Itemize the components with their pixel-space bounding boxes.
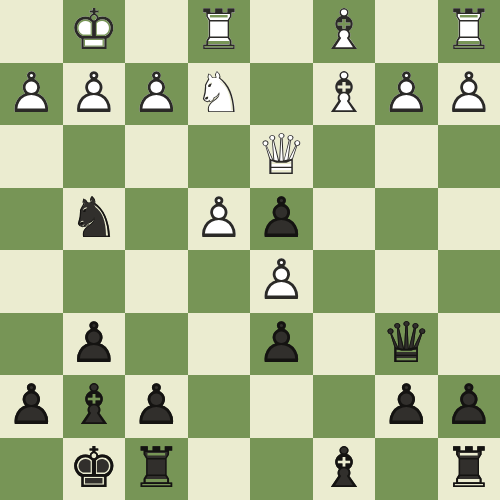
white-king-outline-glyph: ♔ <box>63 0 126 62</box>
white-pawn-fill-glyph: ♟ <box>250 250 313 312</box>
white-pawn-outline-glyph: ♙ <box>188 188 251 250</box>
square-h2[interactable]: ♟♙ <box>0 63 63 126</box>
black-pawn-outline-glyph: ♙ <box>125 375 188 437</box>
white-bishop-outline-glyph: ♗ <box>313 0 376 62</box>
white-pawn-outline-glyph: ♙ <box>375 63 438 125</box>
square-f1[interactable] <box>125 0 188 63</box>
black-rook[interactable]: ♜♖ <box>125 438 188 500</box>
white-pawn-fill-glyph: ♟ <box>375 63 438 125</box>
white-pawn[interactable]: ♟♙ <box>438 63 500 126</box>
white-pawn[interactable]: ♟♙ <box>125 63 188 126</box>
white-bishop-fill-glyph: ♝ <box>313 0 376 62</box>
square-d3[interactable]: ♛♕ <box>250 125 313 188</box>
black-pawn-outline-glyph: ♙ <box>250 188 313 250</box>
black-bishop-outline-glyph: ♗ <box>313 438 376 500</box>
square-d2[interactable] <box>250 63 313 126</box>
white-bishop-outline-glyph: ♗ <box>313 63 376 125</box>
square-b5[interactable] <box>375 250 438 313</box>
black-pawn-fill-glyph: ♟ <box>250 313 313 375</box>
white-rook[interactable]: ♜♖ <box>438 0 500 63</box>
white-knight-fill-glyph: ♞ <box>188 63 251 125</box>
black-knight-outline-glyph: ♘ <box>63 188 126 250</box>
black-rook-outline-glyph: ♖ <box>438 438 500 500</box>
black-pawn[interactable]: ♟♙ <box>375 375 438 438</box>
square-g8[interactable]: ♚♔ <box>63 438 126 500</box>
white-pawn-fill-glyph: ♟ <box>0 63 63 125</box>
white-knight-outline-glyph: ♘ <box>188 63 251 125</box>
square-c7[interactable] <box>313 375 376 438</box>
square-f2[interactable]: ♟♙ <box>125 63 188 126</box>
square-g2[interactable]: ♟♙ <box>63 63 126 126</box>
white-bishop[interactable]: ♝♗ <box>313 63 376 126</box>
black-pawn-fill-glyph: ♟ <box>375 375 438 437</box>
square-e1[interactable]: ♜♖ <box>188 0 251 63</box>
white-pawn-fill-glyph: ♟ <box>125 63 188 125</box>
white-pawn[interactable]: ♟♙ <box>0 63 63 126</box>
square-c3[interactable] <box>313 125 376 188</box>
square-a3[interactable] <box>438 125 500 188</box>
black-pawn[interactable]: ♟♙ <box>63 313 126 376</box>
square-g7[interactable]: ♝♗ <box>63 375 126 438</box>
square-b3[interactable] <box>375 125 438 188</box>
square-a8[interactable]: ♜♖ <box>438 438 500 500</box>
square-h5[interactable] <box>0 250 63 313</box>
white-rook-outline-glyph: ♖ <box>188 0 251 62</box>
white-pawn-outline-glyph: ♙ <box>250 250 313 312</box>
black-king[interactable]: ♚♔ <box>63 438 126 500</box>
white-rook-fill-glyph: ♜ <box>438 0 500 62</box>
black-bishop-fill-glyph: ♝ <box>313 438 376 500</box>
black-pawn-outline-glyph: ♙ <box>438 375 500 437</box>
white-pawn-outline-glyph: ♙ <box>438 63 500 125</box>
black-pawn-fill-glyph: ♟ <box>438 375 500 437</box>
square-b2[interactable]: ♟♙ <box>375 63 438 126</box>
square-d8[interactable] <box>250 438 313 500</box>
square-f7[interactable]: ♟♙ <box>125 375 188 438</box>
square-g3[interactable] <box>63 125 126 188</box>
white-pawn[interactable]: ♟♙ <box>250 250 313 313</box>
black-pawn-outline-glyph: ♙ <box>250 313 313 375</box>
square-b7[interactable]: ♟♙ <box>375 375 438 438</box>
white-pawn[interactable]: ♟♙ <box>188 188 251 251</box>
square-h3[interactable] <box>0 125 63 188</box>
square-e4[interactable]: ♟♙ <box>188 188 251 251</box>
black-pawn-fill-glyph: ♟ <box>0 375 63 437</box>
square-h7[interactable]: ♟♙ <box>0 375 63 438</box>
black-pawn[interactable]: ♟♙ <box>250 188 313 251</box>
black-bishop[interactable]: ♝♗ <box>313 438 376 500</box>
square-d6[interactable]: ♟♙ <box>250 313 313 376</box>
black-rook[interactable]: ♜♖ <box>438 438 500 500</box>
square-g6[interactable]: ♟♙ <box>63 313 126 376</box>
black-pawn[interactable]: ♟♙ <box>125 375 188 438</box>
square-h8[interactable] <box>0 438 63 500</box>
square-f4[interactable] <box>125 188 188 251</box>
black-bishop-outline-glyph: ♗ <box>63 375 126 437</box>
square-e2[interactable]: ♞♘ <box>188 63 251 126</box>
white-king-fill-glyph: ♚ <box>63 0 126 62</box>
square-a1[interactable]: ♜♖ <box>438 0 500 63</box>
black-bishop[interactable]: ♝♗ <box>63 375 126 438</box>
square-c8[interactable]: ♝♗ <box>313 438 376 500</box>
black-pawn-fill-glyph: ♟ <box>63 313 126 375</box>
square-h1[interactable] <box>0 0 63 63</box>
square-c4[interactable] <box>313 188 376 251</box>
square-e6[interactable] <box>188 313 251 376</box>
black-pawn-fill-glyph: ♟ <box>125 375 188 437</box>
white-queen-outline-glyph: ♕ <box>250 125 313 187</box>
square-e7[interactable] <box>188 375 251 438</box>
square-a2[interactable]: ♟♙ <box>438 63 500 126</box>
square-c5[interactable] <box>313 250 376 313</box>
square-b1[interactable] <box>375 0 438 63</box>
square-a4[interactable] <box>438 188 500 251</box>
white-rook-fill-glyph: ♜ <box>188 0 251 62</box>
black-queen[interactable]: ♛♕ <box>375 313 438 376</box>
white-knight[interactable]: ♞♘ <box>188 63 251 126</box>
square-f6[interactable] <box>125 313 188 376</box>
chess-board-container: ♚♔♜♖♝♗♜♖♟♙♟♙♟♙♞♘♝♗♟♙♟♙♛♕♞♘♟♙♟♙♟♙♟♙♟♙♛♕♟♙… <box>0 0 500 500</box>
square-f5[interactable] <box>125 250 188 313</box>
square-b4[interactable] <box>375 188 438 251</box>
black-pawn[interactable]: ♟♙ <box>250 313 313 376</box>
white-pawn-outline-glyph: ♙ <box>0 63 63 125</box>
black-pawn-outline-glyph: ♙ <box>375 375 438 437</box>
black-rook-fill-glyph: ♜ <box>125 438 188 500</box>
white-queen-fill-glyph: ♛ <box>250 125 313 187</box>
chess-board: ♚♔♜♖♝♗♜♖♟♙♟♙♟♙♞♘♝♗♟♙♟♙♛♕♞♘♟♙♟♙♟♙♟♙♟♙♛♕♟♙… <box>0 0 500 500</box>
black-pawn[interactable]: ♟♙ <box>438 375 500 438</box>
square-d7[interactable] <box>250 375 313 438</box>
black-queen-fill-glyph: ♛ <box>375 313 438 375</box>
black-knight-fill-glyph: ♞ <box>63 188 126 250</box>
square-h4[interactable] <box>0 188 63 251</box>
square-d1[interactable] <box>250 0 313 63</box>
white-king[interactable]: ♚♔ <box>63 0 126 63</box>
black-pawn-fill-glyph: ♟ <box>250 188 313 250</box>
white-bishop-fill-glyph: ♝ <box>313 63 376 125</box>
black-pawn-outline-glyph: ♙ <box>0 375 63 437</box>
square-b8[interactable] <box>375 438 438 500</box>
black-king-outline-glyph: ♔ <box>63 438 126 500</box>
square-a7[interactable]: ♟♙ <box>438 375 500 438</box>
white-rook[interactable]: ♜♖ <box>188 0 251 63</box>
black-queen-outline-glyph: ♕ <box>375 313 438 375</box>
white-pawn[interactable]: ♟♙ <box>63 63 126 126</box>
square-g4[interactable]: ♞♘ <box>63 188 126 251</box>
square-e8[interactable] <box>188 438 251 500</box>
square-c2[interactable]: ♝♗ <box>313 63 376 126</box>
white-pawn-outline-glyph: ♙ <box>63 63 126 125</box>
black-rook-outline-glyph: ♖ <box>125 438 188 500</box>
square-g1[interactable]: ♚♔ <box>63 0 126 63</box>
square-a5[interactable] <box>438 250 500 313</box>
square-d5[interactable]: ♟♙ <box>250 250 313 313</box>
white-pawn[interactable]: ♟♙ <box>375 63 438 126</box>
square-g5[interactable] <box>63 250 126 313</box>
white-queen[interactable]: ♛♕ <box>250 125 313 188</box>
square-e3[interactable] <box>188 125 251 188</box>
white-pawn-fill-glyph: ♟ <box>63 63 126 125</box>
black-king-fill-glyph: ♚ <box>63 438 126 500</box>
square-d4[interactable]: ♟♙ <box>250 188 313 251</box>
white-bishop[interactable]: ♝♗ <box>313 0 376 63</box>
white-pawn-fill-glyph: ♟ <box>188 188 251 250</box>
black-bishop-fill-glyph: ♝ <box>63 375 126 437</box>
white-pawn-fill-glyph: ♟ <box>438 63 500 125</box>
square-f3[interactable] <box>125 125 188 188</box>
square-h6[interactable] <box>0 313 63 376</box>
square-b6[interactable]: ♛♕ <box>375 313 438 376</box>
square-c1[interactable]: ♝♗ <box>313 0 376 63</box>
square-f8[interactable]: ♜♖ <box>125 438 188 500</box>
square-a6[interactable] <box>438 313 500 376</box>
square-c6[interactable] <box>313 313 376 376</box>
square-e5[interactable] <box>188 250 251 313</box>
white-pawn-outline-glyph: ♙ <box>125 63 188 125</box>
black-pawn-outline-glyph: ♙ <box>63 313 126 375</box>
black-knight[interactable]: ♞♘ <box>63 188 126 251</box>
white-rook-outline-glyph: ♖ <box>438 0 500 62</box>
black-rook-fill-glyph: ♜ <box>438 438 500 500</box>
black-pawn[interactable]: ♟♙ <box>0 375 63 438</box>
